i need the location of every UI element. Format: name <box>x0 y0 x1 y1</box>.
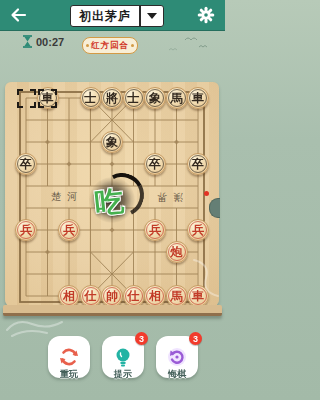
piece-black-g7[interactable]: 卒 <box>144 153 166 175</box>
piece-grid: 車士將士象馬車象卒卒卒兵兵兵兵炮相仕帥仕相馬車 <box>15 87 209 307</box>
piece-red-h1[interactable]: 馬 <box>166 285 188 307</box>
cloud-decoration <box>186 250 224 305</box>
piece-black-e10[interactable]: 將 <box>101 87 123 109</box>
piece-black-e8[interactable]: 象 <box>101 131 123 153</box>
undo-icon <box>165 345 189 369</box>
timer: 00:27 <box>22 35 64 48</box>
piece-black-f10[interactable]: 士 <box>123 87 145 109</box>
level-selector[interactable]: 初出茅庐 <box>70 5 164 27</box>
bottom-toolbar: 重玩 3 提示 3 悔棋 <box>48 336 198 378</box>
piece-black-d10[interactable]: 士 <box>80 87 102 109</box>
piece-red-g4[interactable]: 兵 <box>144 219 166 241</box>
piece-black-h10[interactable]: 馬 <box>166 87 188 109</box>
hint-badge: 3 <box>135 332 148 345</box>
replay-button[interactable]: 重玩 <box>48 336 90 378</box>
replay-icon <box>57 345 81 369</box>
piece-red-d1[interactable]: 仕 <box>80 285 102 307</box>
piece-red-c4[interactable]: 兵 <box>58 219 80 241</box>
hint-label: 提示 <box>102 368 144 381</box>
piece-red-h3[interactable]: 炮 <box>166 241 188 263</box>
piece-red-f1[interactable]: 仕 <box>123 285 145 307</box>
piece-black-i10[interactable]: 車 <box>187 87 209 109</box>
hint-icon <box>111 345 135 369</box>
undo-label: 悔棋 <box>156 368 198 381</box>
hint-button[interactable]: 3 提示 <box>102 336 144 378</box>
birds-decoration <box>155 34 210 56</box>
piece-black-b10[interactable]: 車 <box>37 87 59 109</box>
piece-red-a4[interactable]: 兵 <box>15 219 37 241</box>
gear-icon[interactable] <box>197 6 215 24</box>
undo-button[interactable]: 3 悔棋 <box>156 336 198 378</box>
replay-label: 重玩 <box>48 368 90 381</box>
side-panel-handle[interactable] <box>209 198 220 218</box>
piece-black-a7[interactable]: 卒 <box>15 153 37 175</box>
level-title: 初出茅庐 <box>71 6 139 26</box>
notification-dot <box>204 191 209 196</box>
piece-red-i4[interactable]: 兵 <box>187 219 209 241</box>
last-move-marker <box>17 89 36 108</box>
app-header: 初出茅庐 <box>0 0 225 31</box>
dropdown-icon[interactable] <box>141 6 164 26</box>
hourglass-icon <box>22 35 33 48</box>
back-icon[interactable] <box>8 6 28 24</box>
piece-black-g10[interactable]: 象 <box>144 87 166 109</box>
piece-red-g1[interactable]: 相 <box>144 285 166 307</box>
turn-banner: 红方回合 <box>82 37 138 54</box>
piece-red-e1[interactable]: 帥 <box>101 285 123 307</box>
timer-text: 00:27 <box>36 36 64 48</box>
piece-black-i7[interactable]: 卒 <box>187 153 209 175</box>
undo-badge: 3 <box>189 332 202 345</box>
